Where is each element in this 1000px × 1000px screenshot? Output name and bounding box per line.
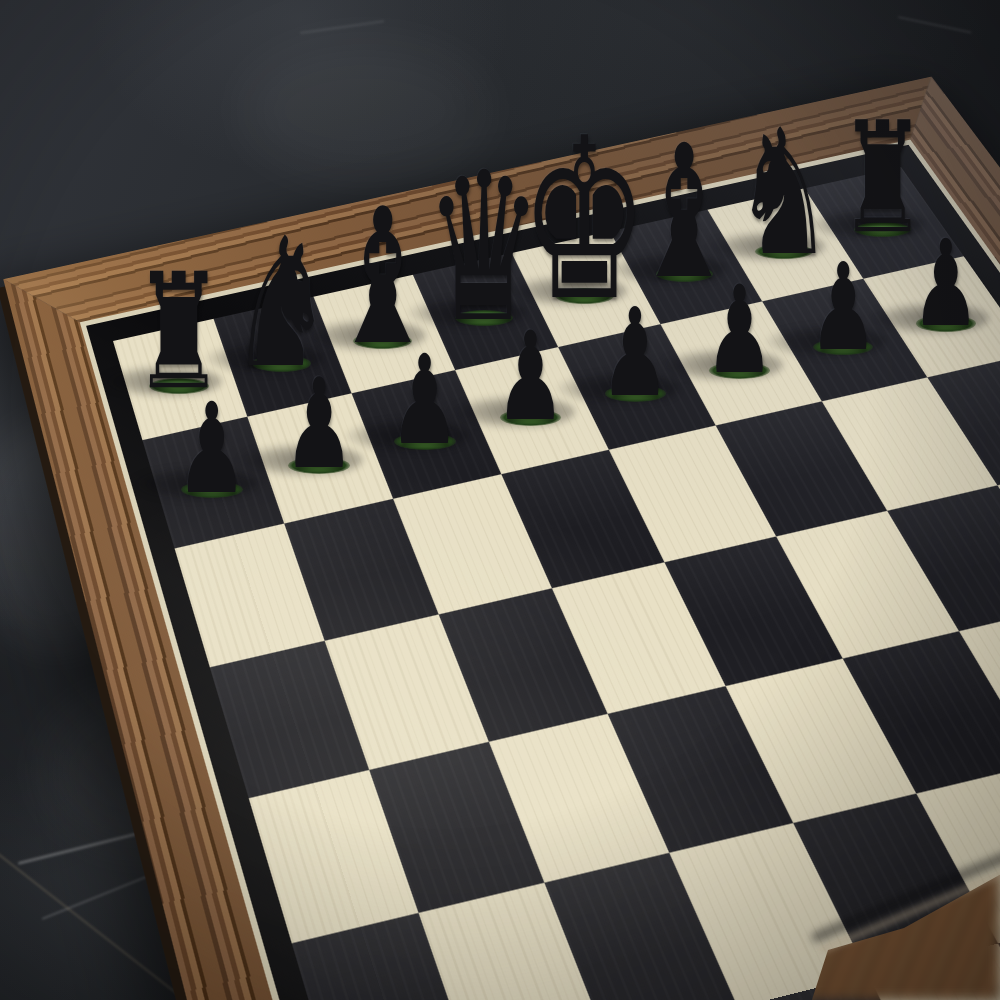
piece-black-pawn-c7[interactable]: ♟	[385, 339, 464, 462]
piece-black-pawn-f7[interactable]: ♟	[701, 270, 779, 391]
piece-black-pawn-e7[interactable]: ♟	[596, 293, 674, 415]
piece-black-pawn-a7[interactable]: ♟	[172, 386, 252, 511]
piece-black-pawn-b7[interactable]: ♟	[279, 362, 359, 486]
photo-stage: ♜♞♝♛♚♝♞♜♟♟♟♟♟♟♟♟	[0, 0, 1000, 1000]
piece-black-pawn-h7[interactable]: ♟	[908, 224, 985, 344]
piece-black-pawn-g7[interactable]: ♟	[804, 247, 881, 367]
piece-black-pawn-d7[interactable]: ♟	[491, 316, 570, 439]
pieces-layer: ♜♞♝♛♚♝♞♜♟♟♟♟♟♟♟♟	[0, 0, 1000, 1000]
